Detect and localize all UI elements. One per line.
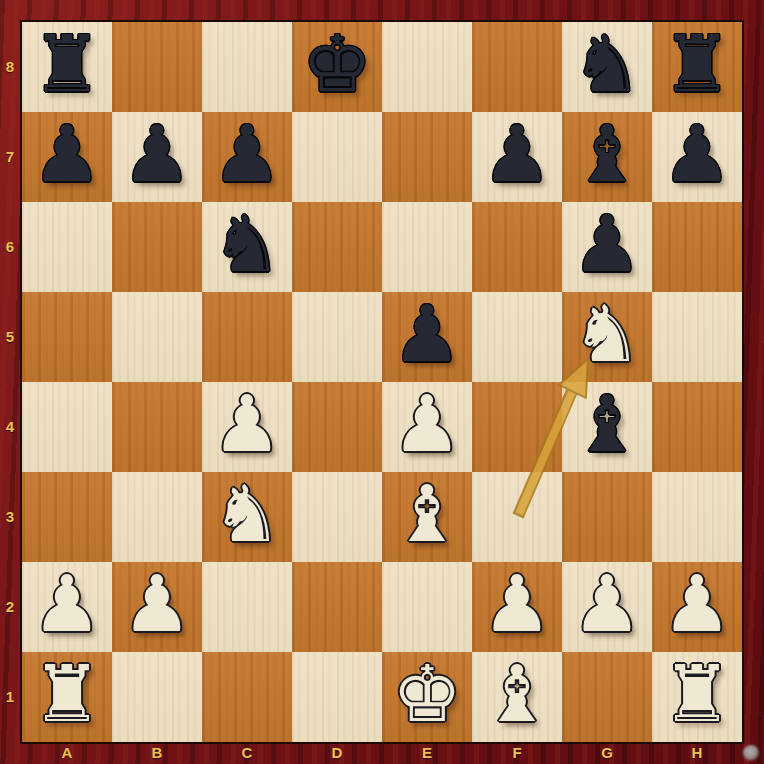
square-b2[interactable]: ♟ [112, 562, 202, 652]
square-f4[interactable] [472, 382, 562, 472]
square-h7[interactable]: ♟ [652, 112, 742, 202]
square-a6[interactable] [22, 202, 112, 292]
piece-white-king[interactable]: ♚ [392, 649, 462, 739]
rank-label-1: 1 [0, 652, 20, 742]
piece-black-knight[interactable]: ♞ [572, 19, 642, 109]
square-d5[interactable] [292, 292, 382, 382]
file-label-h: H [652, 741, 742, 764]
piece-black-rook[interactable]: ♜ [32, 19, 102, 109]
piece-white-bishop[interactable]: ♝ [392, 469, 462, 559]
piece-black-pawn[interactable]: ♟ [212, 109, 282, 199]
square-d1[interactable] [292, 652, 382, 742]
square-b4[interactable] [112, 382, 202, 472]
square-a5[interactable] [22, 292, 112, 382]
square-f8[interactable] [472, 22, 562, 112]
square-c1[interactable] [202, 652, 292, 742]
square-e8[interactable] [382, 22, 472, 112]
square-g4[interactable]: ♝ [562, 382, 652, 472]
square-g2[interactable]: ♟ [562, 562, 652, 652]
piece-white-rook[interactable]: ♜ [662, 649, 732, 739]
piece-white-pawn[interactable]: ♟ [482, 559, 552, 649]
square-h5[interactable] [652, 292, 742, 382]
square-g5[interactable]: ♞ [562, 292, 652, 382]
square-g6[interactable]: ♟ [562, 202, 652, 292]
square-f2[interactable]: ♟ [472, 562, 562, 652]
piece-white-bishop[interactable]: ♝ [482, 649, 552, 739]
file-label-c: C [202, 741, 292, 764]
file-label-f: F [472, 741, 562, 764]
rank-label-6: 6 [0, 202, 20, 292]
square-e7[interactable] [382, 112, 472, 202]
square-e4[interactable]: ♟ [382, 382, 472, 472]
square-c4[interactable]: ♟ [202, 382, 292, 472]
piece-white-knight[interactable]: ♞ [212, 469, 282, 559]
square-e3[interactable]: ♝ [382, 472, 472, 562]
piece-black-pawn[interactable]: ♟ [32, 109, 102, 199]
rank-label-7: 7 [0, 112, 20, 202]
square-c7[interactable]: ♟ [202, 112, 292, 202]
square-b5[interactable] [112, 292, 202, 382]
square-g7[interactable]: ♝ [562, 112, 652, 202]
square-e1[interactable]: ♚ [382, 652, 472, 742]
square-h1[interactable]: ♜ [652, 652, 742, 742]
board-frame: ♜♚♞♜♟♟♟♟♝♟♞♟♟♞♟♟♝♞♝♟♟♟♟♟♜♚♝♜ 87654321 AB… [0, 0, 764, 764]
piece-black-pawn[interactable]: ♟ [122, 109, 192, 199]
square-b7[interactable]: ♟ [112, 112, 202, 202]
square-g1[interactable] [562, 652, 652, 742]
square-a4[interactable] [22, 382, 112, 472]
piece-black-pawn[interactable]: ♟ [662, 109, 732, 199]
corner-dot-icon [743, 745, 759, 761]
square-g8[interactable]: ♞ [562, 22, 652, 112]
square-f6[interactable] [472, 202, 562, 292]
square-d2[interactable] [292, 562, 382, 652]
square-h3[interactable] [652, 472, 742, 562]
rank-label-8: 8 [0, 22, 20, 112]
file-label-g: G [562, 741, 652, 764]
piece-white-pawn[interactable]: ♟ [32, 559, 102, 649]
file-label-e: E [382, 741, 472, 764]
square-h4[interactable] [652, 382, 742, 472]
piece-black-pawn[interactable]: ♟ [482, 109, 552, 199]
piece-white-pawn[interactable]: ♟ [212, 379, 282, 469]
square-f1[interactable]: ♝ [472, 652, 562, 742]
square-g3[interactable] [562, 472, 652, 562]
file-label-b: B [112, 741, 202, 764]
rank-label-3: 3 [0, 472, 20, 562]
piece-white-pawn[interactable]: ♟ [662, 559, 732, 649]
piece-black-bishop[interactable]: ♝ [572, 379, 642, 469]
square-e5[interactable]: ♟ [382, 292, 472, 382]
piece-black-knight[interactable]: ♞ [212, 199, 282, 289]
piece-white-pawn[interactable]: ♟ [572, 559, 642, 649]
square-a8[interactable]: ♜ [22, 22, 112, 112]
square-a7[interactable]: ♟ [22, 112, 112, 202]
piece-white-pawn[interactable]: ♟ [392, 379, 462, 469]
rank-label-4: 4 [0, 382, 20, 472]
square-e2[interactable] [382, 562, 472, 652]
piece-black-pawn[interactable]: ♟ [572, 199, 642, 289]
piece-black-rook[interactable]: ♜ [662, 19, 732, 109]
square-c2[interactable] [202, 562, 292, 652]
square-b1[interactable] [112, 652, 202, 742]
rank-label-2: 2 [0, 562, 20, 652]
square-a3[interactable] [22, 472, 112, 562]
square-c8[interactable] [202, 22, 292, 112]
square-c6[interactable]: ♞ [202, 202, 292, 292]
square-f7[interactable]: ♟ [472, 112, 562, 202]
square-d8[interactable]: ♚ [292, 22, 382, 112]
chess-board: ♜♚♞♜♟♟♟♟♝♟♞♟♟♞♟♟♝♞♝♟♟♟♟♟♜♚♝♜ [20, 20, 744, 744]
square-c3[interactable]: ♞ [202, 472, 292, 562]
square-d4[interactable] [292, 382, 382, 472]
square-d7[interactable] [292, 112, 382, 202]
piece-white-knight[interactable]: ♞ [572, 289, 642, 379]
square-a2[interactable]: ♟ [22, 562, 112, 652]
square-a1[interactable]: ♜ [22, 652, 112, 742]
piece-black-bishop[interactable]: ♝ [572, 109, 642, 199]
rank-label-5: 5 [0, 292, 20, 382]
square-f3[interactable] [472, 472, 562, 562]
file-label-a: A [22, 741, 112, 764]
square-b3[interactable] [112, 472, 202, 562]
piece-white-rook[interactable]: ♜ [32, 649, 102, 739]
square-h6[interactable] [652, 202, 742, 292]
square-c5[interactable] [202, 292, 292, 382]
square-h8[interactable]: ♜ [652, 22, 742, 112]
square-d3[interactable] [292, 472, 382, 562]
piece-white-pawn[interactable]: ♟ [122, 559, 192, 649]
piece-black-king[interactable]: ♚ [302, 19, 372, 109]
piece-black-pawn[interactable]: ♟ [392, 289, 462, 379]
square-b8[interactable] [112, 22, 202, 112]
square-f5[interactable] [472, 292, 562, 382]
square-h2[interactable]: ♟ [652, 562, 742, 652]
square-e6[interactable] [382, 202, 472, 292]
file-label-d: D [292, 741, 382, 764]
square-d6[interactable] [292, 202, 382, 292]
square-b6[interactable] [112, 202, 202, 292]
